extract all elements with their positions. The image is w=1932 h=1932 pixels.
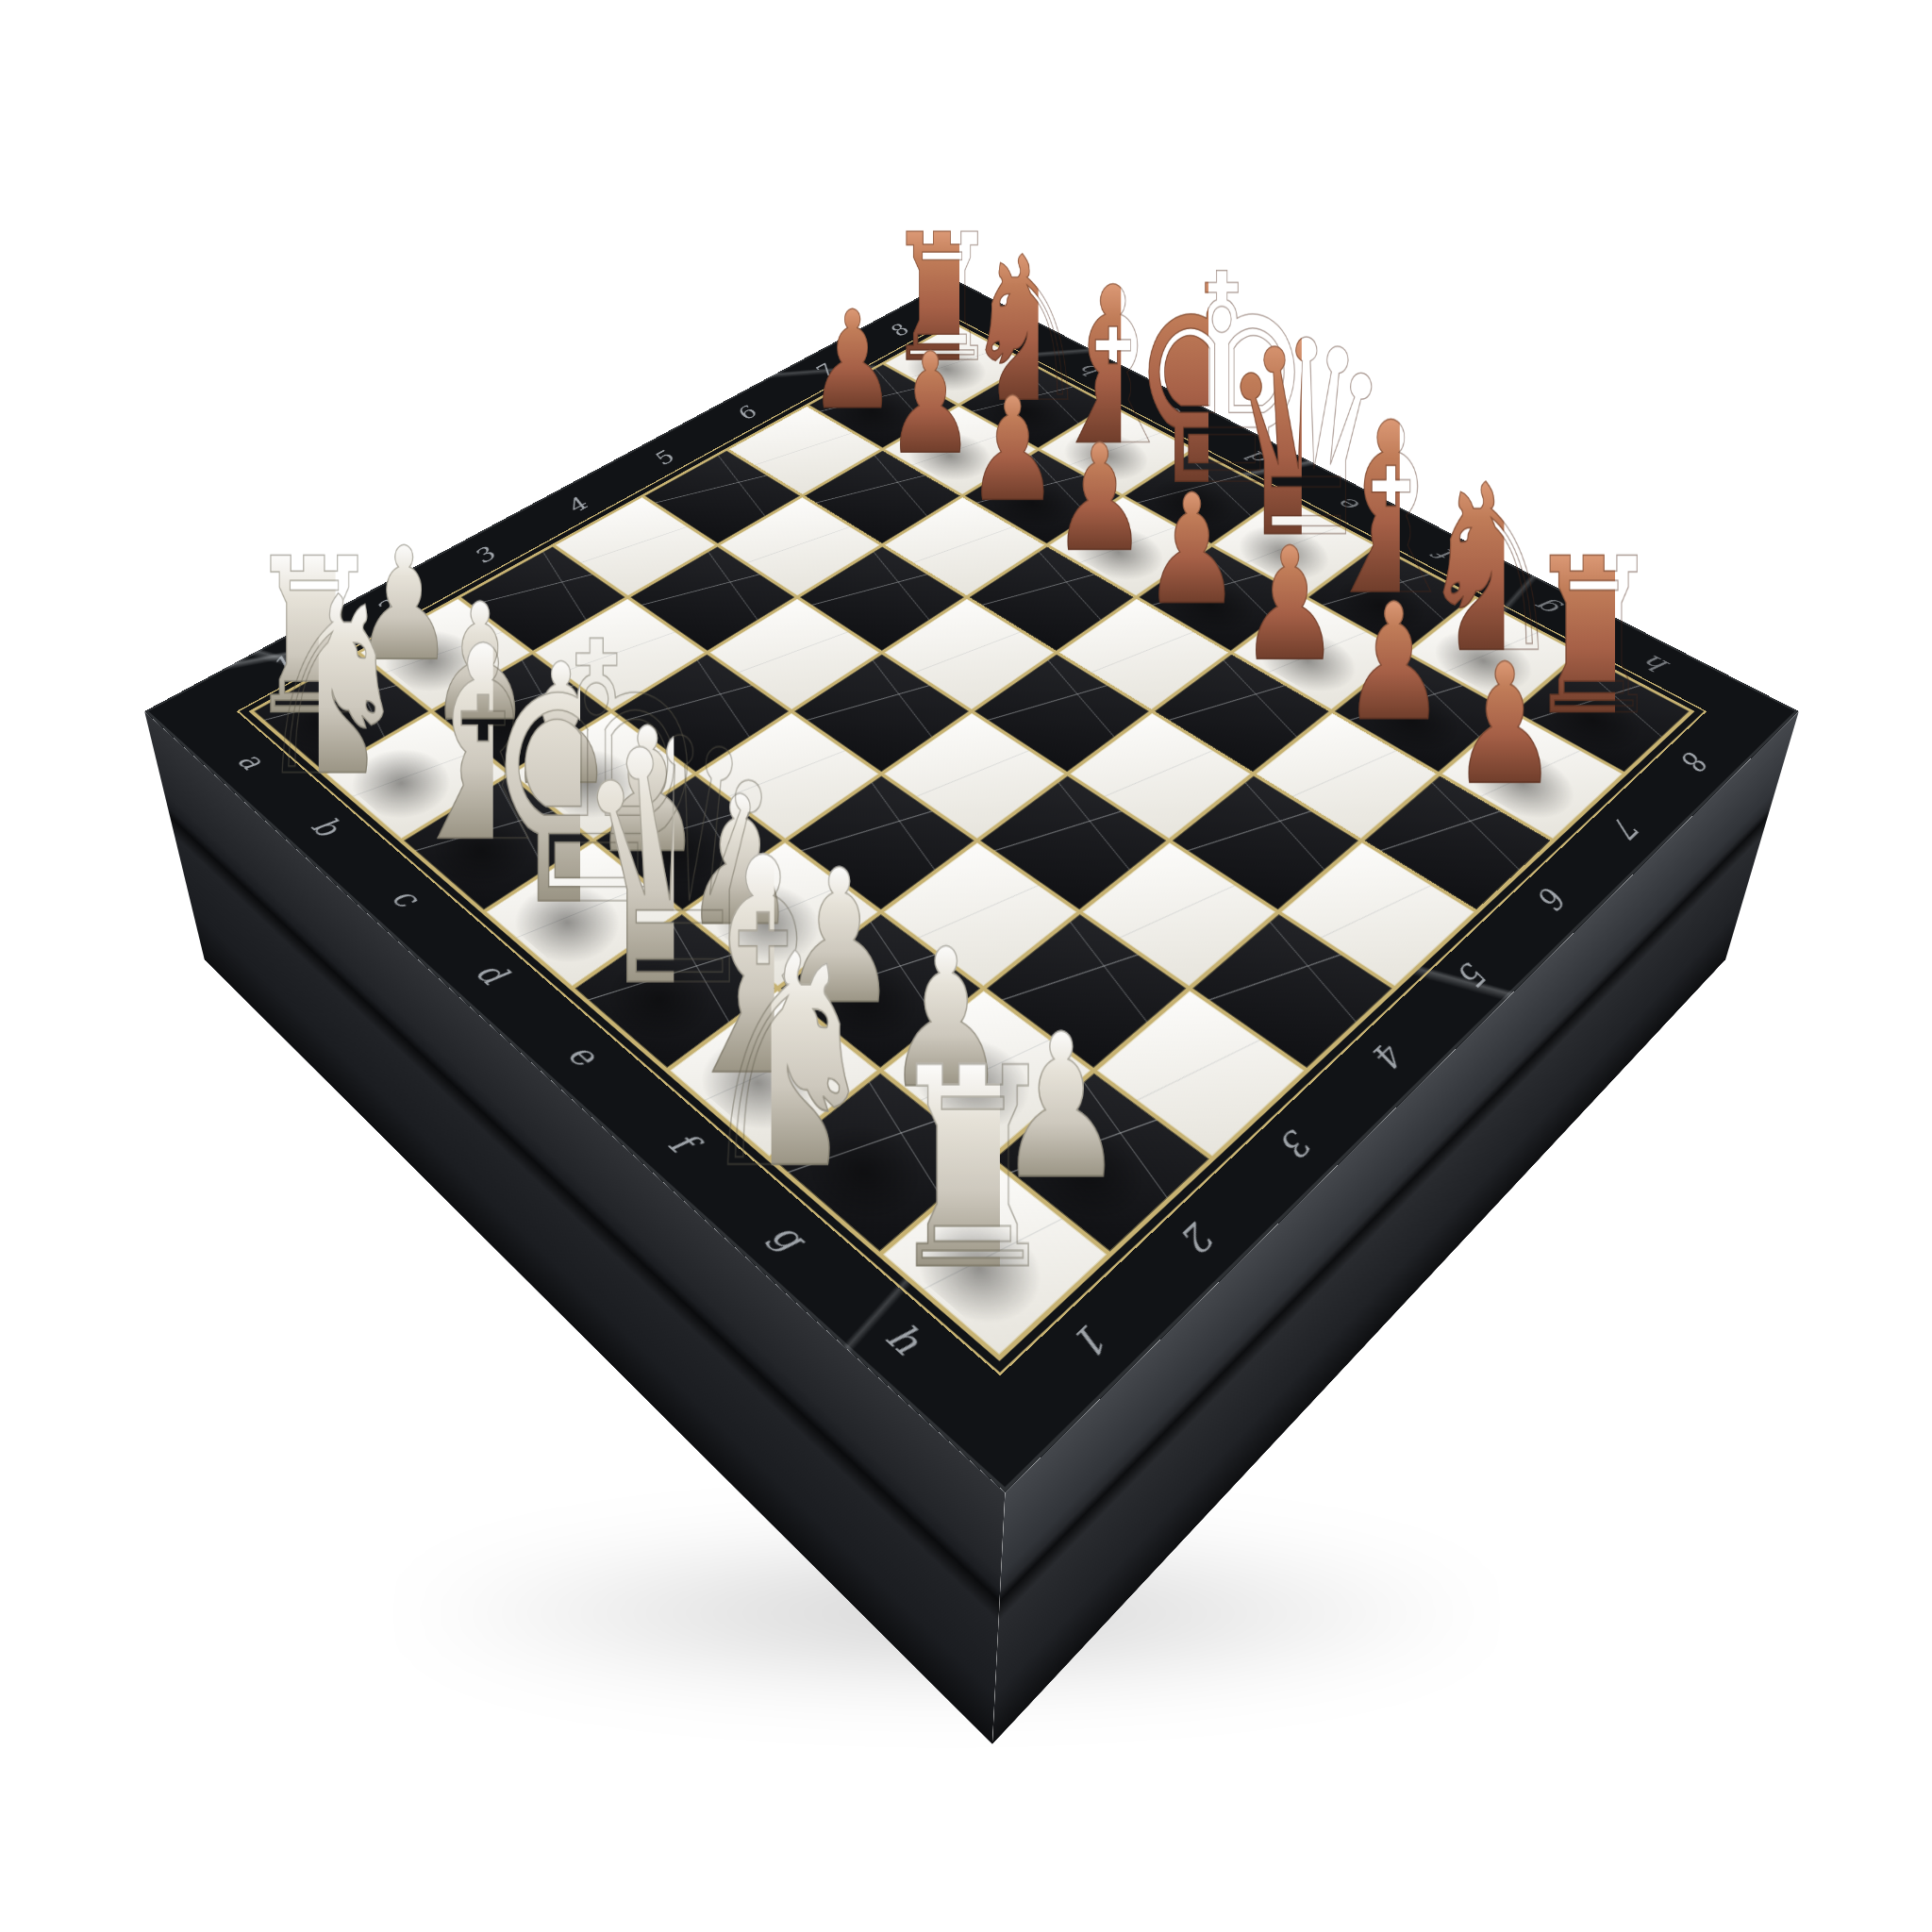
piece-shadow-h7: [1451, 732, 1597, 832]
photo-stage: 12345678 12345678 abcdefgh abcdefgh ♜♞♝♚…: [0, 0, 1932, 1932]
piece-shadow-e7: [1147, 562, 1279, 645]
square-h7: ♟: [1441, 713, 1622, 839]
square-e5: [974, 654, 1149, 772]
piece-silver-pawn-a2: ♟: [354, 532, 441, 680]
chess-board: 12345678 12345678 abcdefgh abcdefgh ♜♞♝♚…: [144, 279, 1799, 1492]
piece-silver-rook-a1: ♜: [245, 537, 336, 741]
piece-shadow-h8: [1524, 672, 1666, 765]
piece-shadow-f8: [1317, 562, 1450, 645]
square-a1: ♜: [254, 654, 428, 772]
piece-shadow-a1: [262, 672, 398, 765]
piece-shadow-g7: [1343, 672, 1485, 765]
piece-shadow-f1: [680, 1016, 843, 1148]
